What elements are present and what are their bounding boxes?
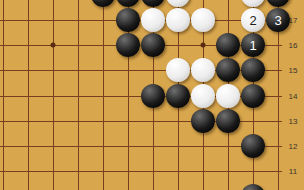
white-stone-O17[interactable]: [141, 8, 165, 32]
row-coordinate-label: 15: [289, 66, 298, 75]
row-coordinate-label: 13: [289, 116, 298, 125]
white-stone-Q15[interactable]: [191, 58, 215, 82]
white-stone-Q14[interactable]: [191, 84, 215, 108]
black-stone-T17-move-3[interactable]: 3: [266, 8, 290, 32]
white-stone-S18[interactable]: [241, 0, 265, 7]
move-number-label: 1: [249, 39, 256, 52]
black-stone-T18[interactable]: [266, 0, 290, 7]
black-stone-O16[interactable]: [141, 33, 165, 57]
black-stone-S14[interactable]: [241, 84, 265, 108]
black-stone-S12[interactable]: [241, 134, 265, 158]
row-coordinate-label: 14: [289, 91, 298, 100]
black-stone-S16-move-1[interactable]: 1: [241, 33, 265, 57]
star-point: [51, 43, 56, 48]
row-coordinate-label: 12: [289, 142, 298, 151]
white-stone-R14[interactable]: [216, 84, 240, 108]
white-stone-P15[interactable]: [166, 58, 190, 82]
star-point: [201, 43, 206, 48]
white-stone-S17-move-2[interactable]: 2: [241, 8, 265, 32]
black-stone-S10[interactable]: [241, 184, 265, 190]
move-number-label: 2: [249, 14, 256, 27]
black-stone-N16[interactable]: [116, 33, 140, 57]
black-stone-N17[interactable]: [116, 8, 140, 32]
white-stone-Q17[interactable]: [191, 8, 215, 32]
white-stone-P18[interactable]: [166, 0, 190, 7]
black-stone-N18[interactable]: [116, 0, 140, 7]
black-stone-R15[interactable]: [216, 58, 240, 82]
black-stone-R13[interactable]: [216, 109, 240, 133]
white-stone-P17[interactable]: [166, 8, 190, 32]
black-stone-O18[interactable]: [141, 0, 165, 7]
row-coordinate-label: 11: [289, 167, 297, 176]
screenshot-frame: 17161514131211231: [0, 0, 304, 190]
black-stone-R16[interactable]: [216, 33, 240, 57]
grid-hline: [0, 146, 282, 147]
grid-hline: [0, 171, 282, 172]
black-stone-Q13[interactable]: [191, 109, 215, 133]
row-coordinate-label: 16: [289, 41, 298, 50]
move-number-label: 3: [274, 14, 281, 27]
black-stone-P14[interactable]: [166, 84, 190, 108]
black-stone-O14[interactable]: [141, 84, 165, 108]
black-stone-M18[interactable]: [91, 0, 115, 7]
black-stone-S15[interactable]: [241, 58, 265, 82]
go-board[interactable]: 17161514131211231: [0, 0, 304, 190]
